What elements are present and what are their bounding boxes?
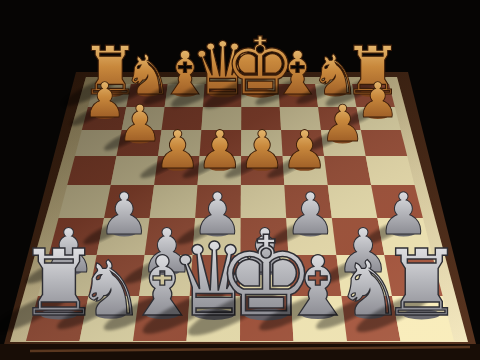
piece-silver-rook-h1[interactable]: ♜ <box>380 230 463 337</box>
chess-board: ♜♞♝♛♚♝♞♜♟♟♟♟♟♟♟♟♟♟♟♟♟♟♟♟♜♞♝♛♚♝♞♜ <box>0 0 480 360</box>
chessboard-photo: ♜♞♝♛♚♝♞♜♟♟♟♟♟♟♟♟♟♟♟♟♟♟♟♟♜♞♝♛♚♝♞♜ <box>0 0 480 360</box>
piece-gold-pawn-f5[interactable]: ♟ <box>281 119 328 180</box>
square-h6[interactable] <box>361 130 407 156</box>
square-c4[interactable] <box>150 185 198 218</box>
